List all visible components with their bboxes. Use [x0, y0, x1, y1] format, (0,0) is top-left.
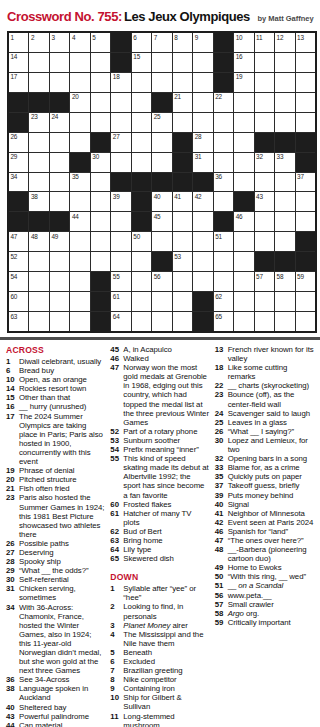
grid-cell[interactable] [132, 133, 151, 152]
grid-cell[interactable] [275, 212, 294, 231]
black-cell [296, 133, 315, 152]
grid-cell[interactable]: 60 [9, 292, 28, 311]
grid-cell[interactable] [29, 53, 48, 72]
grid-cell[interactable] [255, 53, 274, 72]
grid-cell[interactable]: 58 [275, 272, 294, 291]
clue-across-29: 29“What __ the odds?” [6, 566, 105, 575]
grid-cell[interactable] [152, 53, 171, 72]
cell-number: 37 [297, 173, 304, 180]
grid-cell[interactable] [29, 292, 48, 311]
clue-text: A, in Acapulco [123, 345, 209, 354]
grid-cell[interactable] [193, 53, 212, 72]
clue-column-2: 45A, in Acapulco46Walked47Norway won the… [110, 345, 209, 727]
grid-cell[interactable] [275, 93, 294, 112]
clue-down-49: 49Home to Ewoks [215, 563, 314, 572]
grid-cell[interactable] [132, 272, 151, 291]
grid-cell[interactable] [275, 113, 294, 132]
clue-across-53: 53Sunburn soother [110, 436, 209, 445]
grid-cell[interactable] [173, 232, 192, 251]
cell-number: 19 [236, 73, 243, 80]
grid-cell[interactable] [70, 113, 89, 132]
clue-number: 42 [215, 518, 228, 527]
grid-cell[interactable]: 38 [29, 192, 48, 211]
black-cell [132, 192, 151, 211]
clue-across-23: 23Paris also hosted the Summer Games in … [6, 493, 105, 538]
grid-cell[interactable] [275, 292, 294, 311]
cell-number: 57 [256, 273, 263, 280]
grid-cell[interactable]: 16 [234, 53, 253, 72]
grid-cell[interactable] [255, 113, 274, 132]
grid-cell[interactable]: 18 [111, 73, 130, 92]
clue-number: 53 [110, 436, 123, 445]
grid-cell[interactable]: 42 [193, 192, 212, 211]
cell-number: 8 [174, 34, 177, 41]
grid-cell[interactable]: 8 [173, 33, 192, 52]
grid-cell[interactable] [50, 173, 69, 192]
clue-down-35: 35Quickly puts on paper [215, 472, 314, 481]
grid-cell[interactable] [296, 312, 315, 331]
grid-cell[interactable] [152, 133, 171, 152]
grid-cell[interactable]: 9 [193, 33, 212, 52]
grid-cell[interactable]: 28 [193, 133, 212, 152]
clue-number: 4 [110, 630, 123, 648]
grid-cell[interactable] [275, 232, 294, 251]
clue-down-1: 1Syllable after “yee” or “hee” [110, 584, 209, 602]
clue-number: 10 [110, 693, 123, 711]
grid-cell[interactable] [29, 153, 48, 172]
grid-cell[interactable] [111, 93, 130, 112]
grid-cell[interactable]: 57 [255, 272, 274, 291]
grid-cell[interactable] [234, 133, 253, 152]
clue-text: Looking to find, in personals [123, 602, 209, 620]
grid-cell[interactable] [214, 133, 233, 152]
grid-cell[interactable] [275, 192, 294, 211]
grid-cell[interactable]: 40 [152, 192, 171, 211]
black-cell [214, 33, 233, 52]
clue-across-21: 21Fish often fried [6, 484, 105, 493]
grid-cell[interactable]: 43 [255, 192, 274, 211]
clue-text: Sunburn soother [123, 436, 209, 445]
grid-cell[interactable] [234, 272, 253, 291]
grid-cell[interactable] [214, 192, 233, 211]
grid-cell[interactable] [152, 292, 171, 311]
grid-cell[interactable] [152, 232, 171, 251]
cell-number: 23 [31, 113, 38, 120]
grid-cell[interactable]: 50 [132, 232, 151, 251]
clue-down-5: 5Beneath [110, 648, 209, 657]
grid-cell[interactable] [91, 192, 110, 211]
grid-cell[interactable] [234, 232, 253, 251]
grid-cell[interactable]: 32 [255, 153, 274, 172]
grid-cell[interactable]: 21 [173, 93, 192, 112]
clue-down-7: 7Brazilian greeting [110, 666, 209, 675]
cell-number: 28 [195, 133, 202, 140]
grid-cell[interactable] [152, 73, 171, 92]
grid-cell[interactable] [111, 113, 130, 132]
grid-cell[interactable] [214, 113, 233, 132]
grid-cell[interactable]: 37 [296, 173, 315, 192]
clue-text: The Mississippi and the Nile have them [123, 630, 209, 648]
grid-cell[interactable]: 41 [173, 192, 192, 211]
black-cell [296, 232, 315, 251]
grid-cell[interactable]: 44 [70, 212, 89, 231]
clue-across-36: 36See 34-Across [6, 675, 105, 684]
grid-cell[interactable]: 56 [152, 272, 171, 291]
grid-cell[interactable] [255, 93, 274, 112]
clue-number: 45 [110, 345, 123, 354]
grid-cell[interactable]: 17 [9, 73, 28, 92]
grid-cell[interactable] [193, 232, 212, 251]
grid-cell[interactable] [111, 232, 130, 251]
grid-cell[interactable]: 55 [111, 272, 130, 291]
grid-cell[interactable] [296, 212, 315, 231]
clue-text: Self-referential [19, 575, 105, 584]
grid-cell[interactable] [173, 272, 192, 291]
grid-cell[interactable]: 7 [152, 33, 171, 52]
grid-cell[interactable]: 19 [234, 73, 253, 92]
clue-down-30: 30Lopez and Lemieux, for two [215, 436, 314, 454]
grid-cell[interactable] [296, 113, 315, 132]
grid-cell[interactable] [255, 312, 274, 331]
grid-cell[interactable] [255, 173, 274, 192]
grid-cell[interactable] [234, 173, 253, 192]
cell-number: 41 [174, 193, 181, 200]
clue-down-4: 4The Mississippi and the Nile have them [110, 630, 209, 648]
grid-cell[interactable]: 54 [9, 272, 28, 291]
grid-cell[interactable] [50, 192, 69, 211]
clue-down-40: 40Signal [215, 500, 314, 509]
grid-cell[interactable]: 29 [9, 153, 28, 172]
grid-cell[interactable] [296, 292, 315, 311]
clue-text: Signal [228, 500, 314, 509]
clue-down-46: 46Spanish for “land” [215, 527, 314, 536]
grid-cell[interactable]: 62 [214, 292, 233, 311]
grid-cell[interactable]: 61 [111, 292, 130, 311]
grid-cell[interactable] [193, 93, 212, 112]
grid-cell[interactable]: 3 [50, 33, 69, 52]
cell-number: 34 [11, 173, 18, 180]
grid-cell[interactable]: 51 [214, 232, 233, 251]
cell-number: 48 [31, 233, 38, 240]
clue-number: 29 [6, 566, 19, 575]
clue-number: 3 [110, 621, 123, 630]
grid-cell[interactable] [296, 53, 315, 72]
grid-cell[interactable] [91, 252, 110, 271]
grid-cell[interactable] [193, 252, 212, 271]
grid-cell[interactable]: 14 [9, 53, 28, 72]
clue-number: 15 [6, 393, 19, 402]
grid-cell[interactable] [255, 212, 274, 231]
grid-cell[interactable] [29, 312, 48, 331]
grid-cell[interactable]: 53 [173, 252, 192, 271]
grid-cell[interactable] [234, 93, 253, 112]
clue-down-47: 47“The ones over here?” [215, 536, 314, 545]
cell-number: 33 [277, 153, 284, 160]
divider-rule [0, 337, 320, 340]
cell-number: 25 [154, 113, 161, 120]
clue-across-1: 1Diwali celebrant, usually [6, 357, 105, 366]
grid-cell[interactable]: 10 [234, 33, 253, 52]
grid-cell[interactable]: 31 [193, 153, 212, 172]
grid-cell[interactable] [111, 252, 130, 271]
crossword-grid-wrap: 1234567891011121314151617181920212223242… [7, 31, 320, 333]
grid-cell[interactable] [91, 53, 110, 72]
grid-cell[interactable] [91, 73, 110, 92]
cell-number: 54 [11, 273, 18, 280]
clue-number: 26 [6, 539, 19, 548]
cell-number: 35 [72, 173, 79, 180]
grid-cell[interactable] [29, 173, 48, 192]
clue-text: This kind of speed skating made its debu… [123, 454, 209, 499]
clue-number: 50 [215, 572, 228, 581]
grid-cell[interactable]: 25 [152, 113, 171, 132]
clue-text: Spooky ship [19, 557, 105, 566]
grid-cell[interactable] [29, 133, 48, 152]
clue-number: 40 [215, 500, 228, 509]
grid-cell[interactable]: 15 [132, 53, 151, 72]
grid-cell[interactable]: 2 [29, 33, 48, 52]
cell-number: 4 [72, 34, 75, 41]
grid-cell[interactable]: 45 [152, 212, 171, 231]
clue-number: 35 [215, 472, 228, 481]
clue-text: Scavenger said to laugh [228, 409, 314, 418]
grid-cell[interactable] [275, 173, 294, 192]
grid-cell[interactable]: 63 [9, 312, 28, 331]
clue-text: Rockies resort town [19, 384, 105, 393]
grid-cell[interactable]: 1 [9, 33, 28, 52]
grid-cell[interactable] [152, 312, 171, 331]
cell-number: 10 [236, 34, 243, 41]
grid-cell[interactable]: 35 [70, 173, 89, 192]
grid-cell[interactable] [234, 153, 253, 172]
grid-cell[interactable] [193, 272, 212, 291]
grid-cell[interactable] [275, 312, 294, 331]
grid-cell[interactable] [152, 153, 171, 172]
clue-down-9: 9Containing iron [110, 684, 209, 693]
grid-cell[interactable] [255, 73, 274, 92]
grid-cell[interactable]: 24 [50, 113, 69, 132]
grid-cell[interactable] [50, 252, 69, 271]
grid-cell[interactable] [111, 153, 130, 172]
cell-number: 59 [297, 273, 304, 280]
grid-cell[interactable] [296, 192, 315, 211]
grid-cell[interactable] [91, 232, 110, 251]
black-cell [111, 33, 130, 52]
clue-number: 62 [110, 527, 123, 536]
grid-cell[interactable] [70, 53, 89, 72]
grid-cell[interactable] [132, 292, 151, 311]
clue-number: 54 [110, 445, 123, 454]
grid-cell[interactable]: 48 [29, 232, 48, 251]
grid-cell[interactable] [234, 292, 253, 311]
clue-number: 37 [215, 481, 228, 490]
grid-cell[interactable] [29, 73, 48, 92]
cell-number: 52 [11, 253, 18, 260]
clue-text: The 2024 Summer Olympics are taking plac… [19, 412, 105, 467]
title-kicker: Crossword No. 755: [7, 9, 122, 24]
grid-cell[interactable] [234, 252, 253, 271]
grid-cell[interactable]: 13 [296, 33, 315, 52]
clue-down-11: 11Long-stemmed mushroom [110, 712, 209, 727]
grid-cell[interactable] [132, 113, 151, 132]
grid-cell[interactable] [214, 252, 233, 271]
crossword-grid: 1234567891011121314151617181920212223242… [7, 31, 317, 333]
grid-cell[interactable] [70, 192, 89, 211]
grid-cell[interactable] [70, 73, 89, 92]
cell-number: 1 [11, 34, 14, 41]
grid-cell[interactable] [91, 173, 110, 192]
grid-cell[interactable] [91, 212, 110, 231]
clue-text: Event seen at Paris 2024 [228, 518, 314, 527]
clue-across-19: 19Phrase of denial [6, 466, 105, 475]
clue-number: 36 [6, 675, 19, 684]
clue-number: 65 [110, 554, 123, 563]
grid-cell[interactable] [29, 272, 48, 291]
clue-down-26: 26“What __ I saying?” [215, 427, 314, 436]
grid-cell[interactable] [70, 133, 89, 152]
grid-cell[interactable] [70, 252, 89, 271]
cell-number: 44 [72, 213, 79, 220]
grid-cell[interactable] [111, 212, 130, 231]
clue-number: 23 [6, 493, 19, 538]
grid-cell[interactable] [234, 312, 253, 331]
title-name: Les Jeux Olympiques [124, 9, 250, 24]
clue-text: See 34-Across [19, 675, 105, 684]
clue-across-10: 10Open, as an orange [6, 375, 105, 384]
grid-cell[interactable]: 20 [70, 93, 89, 112]
grid-cell[interactable] [193, 212, 212, 231]
grid-cell[interactable] [50, 292, 69, 311]
grid-cell[interactable] [214, 272, 233, 291]
clue-text: Powerful palindrome [19, 712, 105, 721]
black-cell [29, 212, 48, 231]
grid-cell[interactable] [296, 93, 315, 112]
cell-number: 29 [11, 153, 18, 160]
clue-text: Syllable after “yee” or “hee” [123, 584, 209, 602]
grid-cell[interactable] [70, 312, 89, 331]
grid-cell[interactable]: 65 [214, 312, 233, 331]
clue-number: 10 [6, 375, 19, 384]
grid-cell[interactable] [173, 53, 192, 72]
clue-number: 19 [6, 466, 19, 475]
grid-cell[interactable] [50, 312, 69, 331]
grid-cell[interactable] [70, 232, 89, 251]
clue-down-13: 13French river known for its valley [215, 345, 314, 363]
grid-cell[interactable]: 22 [214, 93, 233, 112]
grid-cell[interactable] [214, 153, 233, 172]
grid-cell[interactable] [132, 312, 151, 331]
clue-text: Skewered dish [123, 554, 209, 563]
clue-number: 23 [215, 390, 228, 408]
clue-across-40: 40Sheltered bay [6, 703, 105, 712]
grid-cell[interactable] [173, 212, 192, 231]
grid-cell[interactable] [193, 73, 212, 92]
grid-cell[interactable]: 64 [111, 312, 130, 331]
grid-cell[interactable] [296, 73, 315, 92]
clue-number: 43 [6, 712, 19, 721]
clue-across-31: 31Chicken serving, sometimes [6, 584, 105, 602]
grid-cell[interactable] [275, 53, 294, 72]
grid-cell[interactable] [50, 53, 69, 72]
grid-cell[interactable] [70, 272, 89, 291]
grid-cell[interactable]: 5 [91, 33, 110, 52]
clue-text: Can material [19, 721, 105, 727]
clue-text: Like some cutting remarks [228, 363, 314, 381]
grid-cell[interactable] [50, 133, 69, 152]
grid-cell[interactable]: 47 [9, 232, 28, 251]
grid-cell[interactable]: 59 [296, 272, 315, 291]
grid-cell[interactable]: 12 [275, 33, 294, 52]
grid-cell[interactable]: 33 [275, 153, 294, 172]
grid-cell[interactable] [234, 113, 253, 132]
grid-cell[interactable] [255, 292, 274, 311]
grid-cell[interactable]: 34 [9, 173, 28, 192]
black-cell [152, 93, 171, 112]
grid-cell[interactable] [132, 252, 151, 271]
grid-cell[interactable] [173, 312, 192, 331]
clue-text: __-Barbera (pioneering cartoon duo) [228, 545, 314, 563]
grid-cell[interactable]: 49 [50, 232, 69, 251]
grid-cell[interactable] [173, 73, 192, 92]
grid-cell[interactable] [50, 272, 69, 291]
clue-text: “The ones over here?” [228, 536, 314, 545]
grid-cell[interactable] [173, 113, 192, 132]
grid-cell[interactable] [173, 292, 192, 311]
grid-cell[interactable]: 46 [234, 212, 253, 231]
black-cell [214, 73, 233, 92]
grid-cell[interactable] [70, 292, 89, 311]
grid-cell[interactable] [29, 252, 48, 271]
grid-cell[interactable] [91, 113, 110, 132]
clue-number: 46 [215, 527, 228, 536]
grid-cell[interactable] [132, 93, 151, 112]
cell-number: 9 [195, 34, 198, 41]
black-cell [173, 173, 192, 192]
clue-down-56: 56www.peta.__ [215, 591, 314, 600]
cell-number: 64 [113, 313, 120, 320]
grid-cell[interactable]: 11 [255, 33, 274, 52]
grid-cell[interactable]: 4 [70, 33, 89, 52]
grid-cell[interactable] [132, 153, 151, 172]
grid-cell[interactable] [50, 153, 69, 172]
grid-cell[interactable] [193, 113, 212, 132]
grid-cell[interactable]: 6 [132, 33, 151, 52]
clue-text: Walked [123, 354, 209, 363]
grid-cell[interactable]: 23 [29, 113, 48, 132]
clue-number: 1 [110, 584, 123, 602]
clue-across-28: 28Spooky ship [6, 557, 105, 566]
black-cell [50, 93, 69, 112]
grid-cell[interactable]: 39 [111, 192, 130, 211]
grid-cell[interactable] [50, 73, 69, 92]
grid-cell[interactable] [275, 73, 294, 92]
black-cell [9, 113, 28, 132]
grid-cell[interactable] [91, 93, 110, 112]
grid-cell[interactable] [132, 73, 151, 92]
clue-text: Neighbor of Minnesota [228, 509, 314, 518]
grid-cell[interactable]: 52 [9, 252, 28, 271]
grid-cell[interactable]: 26 [9, 133, 28, 152]
grid-cell[interactable]: 36 [214, 173, 233, 192]
clue-down-37: 37Takeoff guess, briefly [215, 481, 314, 490]
clue-text: Quickly puts on paper [228, 472, 314, 481]
clue-number: 48 [215, 545, 228, 563]
clue-number: 58 [215, 609, 228, 618]
cell-number: 62 [215, 293, 222, 300]
grid-cell[interactable]: 27 [111, 133, 130, 152]
grid-cell[interactable]: 30 [91, 153, 110, 172]
grid-cell[interactable] [255, 232, 274, 251]
